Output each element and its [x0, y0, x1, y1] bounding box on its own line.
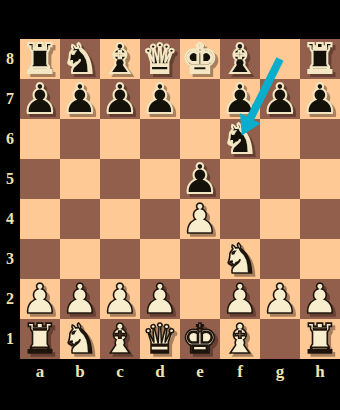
square-c3[interactable] [100, 239, 140, 279]
file-label-b: b [60, 359, 100, 385]
square-e6[interactable] [180, 119, 220, 159]
square-f5[interactable] [220, 159, 260, 199]
square-d5[interactable] [140, 159, 180, 199]
square-f7[interactable]: ♟ [220, 79, 260, 119]
square-f1[interactable]: ♝ [220, 319, 260, 359]
square-c5[interactable] [100, 159, 140, 199]
square-e5[interactable]: ♟ [180, 159, 220, 199]
square-b3[interactable] [60, 239, 100, 279]
black-bishop-f8: ♝ [222, 39, 259, 79]
square-b2[interactable]: ♟ [60, 279, 100, 319]
black-pawn-f7: ♟ [222, 79, 259, 119]
square-b5[interactable] [60, 159, 100, 199]
square-h7[interactable]: ♟ [300, 79, 340, 119]
white-bishop-c1: ♝ [102, 319, 139, 359]
square-e3[interactable] [180, 239, 220, 279]
square-g4[interactable] [260, 199, 300, 239]
square-g1[interactable] [260, 319, 300, 359]
rank-label-8: 8 [0, 39, 20, 79]
square-c4[interactable] [100, 199, 140, 239]
file-label-h: h [300, 359, 340, 385]
file-label-c: c [100, 359, 140, 385]
square-f4[interactable] [220, 199, 260, 239]
chess-board: ♜♞♝♛♚♝♜♟♟♟♟♟♟♟♞♟♟♞♟♟♟♟♟♟♟♜♞♝♛♚♝♜ [20, 39, 340, 359]
square-a1[interactable]: ♜ [20, 319, 60, 359]
square-h4[interactable] [300, 199, 340, 239]
black-pawn-e5: ♟ [182, 159, 219, 199]
file-label-d: d [140, 359, 180, 385]
square-d3[interactable] [140, 239, 180, 279]
square-c7[interactable]: ♟ [100, 79, 140, 119]
square-e2[interactable] [180, 279, 220, 319]
square-d4[interactable] [140, 199, 180, 239]
white-pawn-f2: ♟ [222, 279, 259, 319]
square-g6[interactable] [260, 119, 300, 159]
white-pawn-c2: ♟ [102, 279, 139, 319]
square-b6[interactable] [60, 119, 100, 159]
black-knight-f6: ♞ [222, 119, 259, 159]
file-label-a: a [20, 359, 60, 385]
black-pawn-d7: ♟ [142, 79, 179, 119]
square-c8[interactable]: ♝ [100, 39, 140, 79]
square-d1[interactable]: ♛ [140, 319, 180, 359]
square-d2[interactable]: ♟ [140, 279, 180, 319]
square-g5[interactable] [260, 159, 300, 199]
square-g8[interactable] [260, 39, 300, 79]
square-e4[interactable]: ♟ [180, 199, 220, 239]
square-e7[interactable] [180, 79, 220, 119]
white-pawn-b2: ♟ [62, 279, 99, 319]
square-h1[interactable]: ♜ [300, 319, 340, 359]
square-a3[interactable] [20, 239, 60, 279]
black-knight-b8: ♞ [62, 39, 99, 79]
white-pawn-d2: ♟ [142, 279, 179, 319]
square-e8[interactable]: ♚ [180, 39, 220, 79]
square-d7[interactable]: ♟ [140, 79, 180, 119]
rank-label-3: 3 [0, 239, 20, 279]
square-b8[interactable]: ♞ [60, 39, 100, 79]
black-pawn-g7: ♟ [262, 79, 299, 119]
square-e1[interactable]: ♚ [180, 319, 220, 359]
square-h2[interactable]: ♟ [300, 279, 340, 319]
black-rook-h8: ♜ [302, 39, 339, 79]
white-rook-h1: ♜ [302, 319, 339, 359]
square-a7[interactable]: ♟ [20, 79, 60, 119]
square-a4[interactable] [20, 199, 60, 239]
black-pawn-b7: ♟ [62, 79, 99, 119]
chess-app-screen: ♜♞♝♛♚♝♜♟♟♟♟♟♟♟♞♟♟♞♟♟♟♟♟♟♟♜♞♝♛♚♝♜ 8765432… [0, 0, 340, 410]
black-bishop-c8: ♝ [102, 39, 139, 79]
white-pawn-g2: ♟ [262, 279, 299, 319]
file-label-e: e [180, 359, 220, 385]
rank-label-5: 5 [0, 159, 20, 199]
square-c1[interactable]: ♝ [100, 319, 140, 359]
square-h6[interactable] [300, 119, 340, 159]
white-knight-f3: ♞ [222, 239, 259, 279]
white-pawn-a2: ♟ [22, 279, 59, 319]
square-g3[interactable] [260, 239, 300, 279]
square-h5[interactable] [300, 159, 340, 199]
white-queen-d1: ♛ [142, 319, 179, 359]
black-queen-d8: ♛ [142, 39, 179, 79]
white-rook-a1: ♜ [22, 319, 59, 359]
rank-label-1: 1 [0, 319, 20, 359]
white-pawn-h2: ♟ [302, 279, 339, 319]
square-g7[interactable]: ♟ [260, 79, 300, 119]
square-a8[interactable]: ♜ [20, 39, 60, 79]
rank-label-2: 2 [0, 279, 20, 319]
rank-label-6: 6 [0, 119, 20, 159]
rank-label-7: 7 [0, 79, 20, 119]
square-a2[interactable]: ♟ [20, 279, 60, 319]
square-g2[interactable]: ♟ [260, 279, 300, 319]
square-f6[interactable]: ♞ [220, 119, 260, 159]
black-pawn-h7: ♟ [302, 79, 339, 119]
file-label-f: f [220, 359, 260, 385]
white-pawn-e4: ♟ [182, 199, 219, 239]
square-b1[interactable]: ♞ [60, 319, 100, 359]
rank-label-4: 4 [0, 199, 20, 239]
square-f3[interactable]: ♞ [220, 239, 260, 279]
white-king-e1: ♚ [182, 319, 219, 359]
square-d6[interactable] [140, 119, 180, 159]
square-h3[interactable] [300, 239, 340, 279]
square-b4[interactable] [60, 199, 100, 239]
white-bishop-f1: ♝ [222, 319, 259, 359]
black-pawn-c7: ♟ [102, 79, 139, 119]
black-king-e8: ♚ [182, 39, 219, 79]
square-d8[interactable]: ♛ [140, 39, 180, 79]
black-pawn-a7: ♟ [22, 79, 59, 119]
square-h8[interactable]: ♜ [300, 39, 340, 79]
square-a6[interactable] [20, 119, 60, 159]
square-b7[interactable]: ♟ [60, 79, 100, 119]
file-label-g: g [260, 359, 300, 385]
square-c2[interactable]: ♟ [100, 279, 140, 319]
square-f8[interactable]: ♝ [220, 39, 260, 79]
square-f2[interactable]: ♟ [220, 279, 260, 319]
square-c6[interactable] [100, 119, 140, 159]
white-knight-b1: ♞ [62, 319, 99, 359]
square-a5[interactable] [20, 159, 60, 199]
black-rook-a8: ♜ [22, 39, 59, 79]
